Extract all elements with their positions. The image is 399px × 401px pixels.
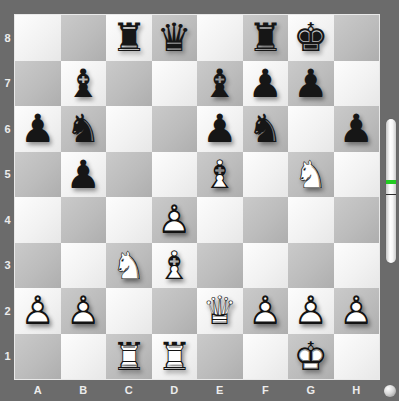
piece-white-pawn-f2[interactable]: ♟♙ [243,288,289,334]
square-g6[interactable] [288,106,334,152]
square-c5[interactable] [106,152,152,198]
file-label-f: F [243,381,289,401]
piece-glyph: ♕ [197,288,243,334]
piece-glyph: ♙ [243,288,289,334]
square-c2[interactable] [106,288,152,334]
square-d1[interactable]: ♜♖ [152,334,198,380]
piece-black-pawn-f7[interactable]: ♟ [243,61,289,107]
piece-glyph: ♔ [288,334,334,380]
square-a6[interactable]: ♟ [15,106,61,152]
piece-white-bishop-e5[interactable]: ♝♗ [197,152,243,198]
square-f4[interactable] [243,197,289,243]
square-g8[interactable]: ♚ [288,15,334,61]
square-d6[interactable] [152,106,198,152]
piece-black-knight-f6[interactable]: ♞ [243,106,289,152]
piece-white-pawn-g2[interactable]: ♟♙ [288,288,334,334]
square-d5[interactable] [152,152,198,198]
square-d8[interactable]: ♛ [152,15,198,61]
piece-glyph: ♟ [288,61,334,107]
square-e3[interactable] [197,243,243,289]
rank-label-8: 8 [0,15,15,61]
square-h6[interactable]: ♟ [334,106,380,152]
square-d7[interactable] [152,61,198,107]
piece-white-rook-c1[interactable]: ♜♖ [106,334,152,380]
piece-black-queen-d8[interactable]: ♛ [152,15,198,61]
square-e7[interactable]: ♝ [197,61,243,107]
divider-line [386,194,396,195]
square-b4[interactable] [61,197,107,243]
piece-black-pawn-h6[interactable]: ♟ [334,106,380,152]
piece-glyph: ♟ [15,106,61,152]
square-f5[interactable] [243,152,289,198]
file-label-d: D [152,381,198,401]
square-b7[interactable]: ♝ [61,61,107,107]
square-h1[interactable] [334,334,380,380]
piece-glyph: ♙ [288,288,334,334]
square-h4[interactable] [334,197,380,243]
rank-label-7: 7 [0,61,15,107]
file-label-c: C [106,381,152,401]
square-d2[interactable] [152,288,198,334]
piece-white-pawn-b2[interactable]: ♟♙ [61,288,107,334]
square-h2[interactable]: ♟♙ [334,288,380,334]
piece-black-pawn-e6[interactable]: ♟ [197,106,243,152]
chess-app-window: 87654321 ♜♛♜♚♝♝♟♟♟♞♟♞♟♟♝♗♞♘♟♙♞♘♝♗♟♙♟♙♛♕♟… [0,0,399,401]
piece-black-knight-b6[interactable]: ♞ [61,106,107,152]
piece-glyph: ♛ [152,15,198,61]
file-label-g: G [288,381,334,401]
piece-black-pawn-a6[interactable]: ♟ [15,106,61,152]
square-a1[interactable] [15,334,61,380]
piece-white-bishop-d3[interactable]: ♝♗ [152,243,198,289]
piece-white-pawn-h2[interactable]: ♟♙ [334,288,380,334]
square-g3[interactable] [288,243,334,289]
square-c6[interactable] [106,106,152,152]
square-a2[interactable]: ♟♙ [15,288,61,334]
square-e4[interactable] [197,197,243,243]
piece-glyph: ♟ [61,152,107,198]
square-b2[interactable]: ♟♙ [61,288,107,334]
file-label-e: E [197,381,243,401]
scrollbar-thumb[interactable] [386,119,396,263]
square-f1[interactable] [243,334,289,380]
square-h5[interactable] [334,152,380,198]
square-b5[interactable]: ♟ [61,152,107,198]
rank-label-2: 2 [0,288,15,334]
piece-black-king-g8[interactable]: ♚ [288,15,334,61]
piece-glyph: ♖ [106,334,152,380]
square-g7[interactable]: ♟ [288,61,334,107]
rank-label-3: 3 [0,243,15,289]
square-b1[interactable] [61,334,107,380]
square-c8[interactable]: ♜ [106,15,152,61]
square-a8[interactable] [15,15,61,61]
square-g4[interactable] [288,197,334,243]
square-d4[interactable]: ♟♙ [152,197,198,243]
piece-black-pawn-b5[interactable]: ♟ [61,152,107,198]
square-f2[interactable]: ♟♙ [243,288,289,334]
piece-white-rook-d1[interactable]: ♜♖ [152,334,198,380]
piece-glyph: ♗ [197,152,243,198]
square-e8[interactable] [197,15,243,61]
square-e6[interactable]: ♟ [197,106,243,152]
piece-white-pawn-d4[interactable]: ♟♙ [152,197,198,243]
square-b3[interactable] [61,243,107,289]
file-labels: ABCDEFGH [15,381,379,401]
resize-grip-ball[interactable] [384,385,396,397]
piece-glyph: ♞ [61,106,107,152]
piece-black-pawn-g7[interactable]: ♟ [288,61,334,107]
piece-glyph: ♟ [334,106,380,152]
file-label-a: A [15,381,61,401]
piece-glyph: ♜ [106,15,152,61]
position-marker-green [386,180,396,184]
rank-label-1: 1 [0,334,15,380]
piece-black-bishop-b7[interactable]: ♝ [61,61,107,107]
square-c7[interactable] [106,61,152,107]
square-c4[interactable] [106,197,152,243]
square-f7[interactable]: ♟ [243,61,289,107]
piece-glyph: ♝ [197,61,243,107]
piece-white-king-g1[interactable]: ♚♔ [288,334,334,380]
square-e2[interactable]: ♛♕ [197,288,243,334]
board: ♜♛♜♚♝♝♟♟♟♞♟♞♟♟♝♗♞♘♟♙♞♘♝♗♟♙♟♙♛♕♟♙♟♙♟♙♜♖♜♖… [15,15,379,379]
rank-label-6: 6 [0,106,15,152]
rank-labels: 87654321 [0,15,15,379]
square-h8[interactable] [334,15,380,61]
square-h7[interactable] [334,61,380,107]
piece-white-queen-e2[interactable]: ♛♕ [197,288,243,334]
square-f6[interactable]: ♞ [243,106,289,152]
square-e5[interactable]: ♝♗ [197,152,243,198]
piece-glyph: ♙ [152,197,198,243]
square-e1[interactable] [197,334,243,380]
square-c1[interactable]: ♜♖ [106,334,152,380]
file-label-b: B [61,381,107,401]
piece-white-pawn-a2[interactable]: ♟♙ [15,288,61,334]
piece-white-knight-c3[interactable]: ♞♘ [106,243,152,289]
square-a7[interactable] [15,61,61,107]
square-b6[interactable]: ♞ [61,106,107,152]
piece-glyph: ♟ [243,61,289,107]
piece-glyph: ♜ [243,15,289,61]
square-f3[interactable] [243,243,289,289]
piece-glyph: ♝ [61,61,107,107]
square-g5[interactable]: ♞♘ [288,152,334,198]
square-a4[interactable] [15,197,61,243]
piece-glyph: ♘ [106,243,152,289]
piece-black-bishop-e7[interactable]: ♝ [197,61,243,107]
piece-glyph: ♗ [152,243,198,289]
square-g2[interactable]: ♟♙ [288,288,334,334]
square-f8[interactable]: ♜ [243,15,289,61]
piece-glyph: ♘ [288,152,334,198]
rank-label-5: 5 [0,152,15,198]
square-b8[interactable] [61,15,107,61]
piece-glyph: ♟ [197,106,243,152]
square-c3[interactable]: ♞♘ [106,243,152,289]
piece-white-knight-g5[interactable]: ♞♘ [288,152,334,198]
rank-label-4: 4 [0,197,15,243]
piece-glyph: ♙ [334,288,380,334]
piece-glyph: ♖ [152,334,198,380]
square-a5[interactable] [15,152,61,198]
square-h3[interactable] [334,243,380,289]
square-a3[interactable] [15,243,61,289]
file-label-h: H [334,381,380,401]
piece-black-rook-c8[interactable]: ♜ [106,15,152,61]
piece-glyph: ♙ [15,288,61,334]
piece-glyph: ♞ [243,106,289,152]
piece-black-rook-f8[interactable]: ♜ [243,15,289,61]
square-g1[interactable]: ♚♔ [288,334,334,380]
piece-glyph: ♙ [61,288,107,334]
square-d3[interactable]: ♝♗ [152,243,198,289]
piece-glyph: ♚ [288,15,334,61]
